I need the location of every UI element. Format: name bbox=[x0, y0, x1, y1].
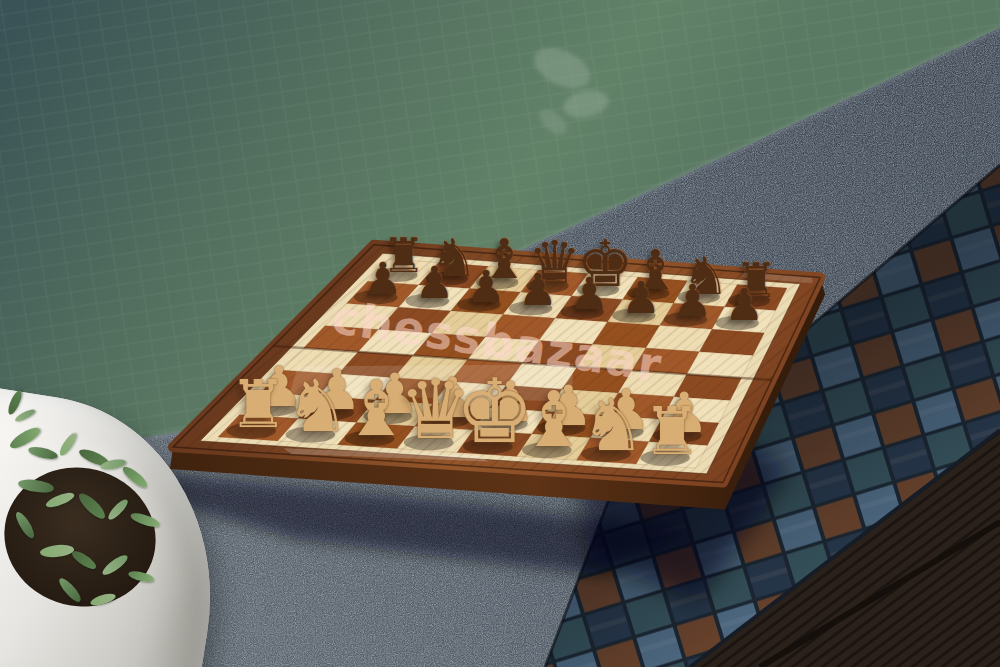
chess-piece-white-knight-g1[interactable]: ♞ bbox=[581, 389, 646, 461]
chess-piece-black-pawn-c7[interactable]: ♟ bbox=[466, 264, 506, 308]
chess-piece-black-pawn-d7[interactable]: ♟ bbox=[518, 268, 558, 312]
chess-piece-white-knight-b1[interactable]: ♞ bbox=[285, 370, 350, 442]
chess-piece-black-pawn-e7[interactable]: ♟ bbox=[570, 271, 610, 315]
product-photo-scene: chessbazaar ♜♞♝♛♚♝♞♜♟♟♟♟♟♟♟♟♟♟♟♟♟♟♟♟♜♞♝♛… bbox=[0, 0, 1000, 667]
chess-piece-black-pawn-b7[interactable]: ♟ bbox=[415, 260, 455, 304]
chess-piece-black-pawn-g7[interactable]: ♟ bbox=[673, 279, 713, 323]
chess-piece-white-rook-h1[interactable]: ♜ bbox=[643, 399, 702, 465]
chess-piece-black-pawn-a7[interactable]: ♟ bbox=[363, 257, 403, 301]
chess-piece-black-pawn-h7[interactable]: ♟ bbox=[724, 282, 764, 326]
chess-piece-black-pawn-f7[interactable]: ♟ bbox=[621, 275, 661, 319]
chess-piece-white-bishop-f1[interactable]: ♝ bbox=[520, 382, 588, 458]
chess-piece-white-rook-a1[interactable]: ♜ bbox=[229, 372, 288, 438]
